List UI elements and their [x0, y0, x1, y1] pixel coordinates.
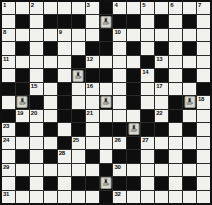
black-cell-r14c7	[86, 177, 99, 189]
black-cell-r12c9	[113, 150, 126, 162]
white-cell-r2c11[interactable]	[141, 15, 154, 27]
white-cell-r3c4[interactable]	[44, 29, 57, 41]
white-cell-r3c7[interactable]	[86, 29, 99, 41]
stamp-label: WSP	[103, 103, 109, 106]
white-cell-r12c6[interactable]	[72, 150, 85, 162]
clue-number-16: 16	[87, 83, 93, 90]
black-cell-r9c13	[169, 110, 182, 122]
clue-number-22: 22	[156, 110, 162, 117]
white-cell-r1c6[interactable]	[72, 2, 85, 14]
black-cell-r4c8	[100, 42, 113, 54]
white-cell-r7c12[interactable]: 17	[155, 83, 168, 95]
white-cell-r2c13[interactable]	[169, 15, 182, 27]
clue-number-29: 29	[3, 164, 9, 171]
clue-number-1: 1	[3, 2, 6, 9]
black-cell-r5c11	[141, 56, 154, 68]
white-cell-r11c12[interactable]	[155, 137, 168, 149]
black-cell-r7c10	[127, 83, 140, 95]
white-cell-r13c6[interactable]	[72, 164, 85, 176]
white-cell-r14c11[interactable]	[141, 177, 154, 189]
white-cell-r3c15[interactable]	[197, 29, 210, 41]
white-cell-r15c14[interactable]	[183, 191, 196, 203]
clue-number-2: 2	[31, 2, 34, 9]
clue-number-7: 7	[198, 2, 201, 9]
white-cell-r14c1[interactable]	[2, 177, 15, 189]
clue-number-15: 15	[31, 83, 37, 90]
black-cell-r14c14	[183, 177, 196, 189]
white-cell-r10c3[interactable]	[30, 123, 43, 135]
clue-number-19: 19	[17, 110, 23, 117]
black-cell-r10c2	[16, 123, 29, 135]
white-cell-r9c14[interactable]	[183, 110, 196, 122]
white-cell-r12c11[interactable]	[141, 150, 154, 162]
black-cell-r10c14	[183, 123, 196, 135]
white-cell-r6c3[interactable]	[30, 69, 43, 81]
black-cell-r14c8: ♜WSP	[100, 177, 113, 189]
black-cell-r7c1	[2, 83, 15, 95]
white-cell-r4c9[interactable]	[113, 42, 126, 54]
white-cell-r7c6[interactable]	[72, 83, 85, 95]
stamp-label: WSP	[19, 103, 25, 106]
clue-number-10: 10	[114, 29, 120, 36]
black-cell-r2c14	[183, 15, 196, 27]
black-cell-r2c10	[127, 15, 140, 27]
white-cell-r8c15[interactable]: 18	[197, 96, 210, 108]
black-cell-r10c10: ♜WSP	[127, 123, 140, 135]
white-cell-r6c15[interactable]	[197, 69, 210, 81]
black-cell-r6c12	[155, 69, 168, 81]
stamp-label: WSP	[75, 77, 81, 80]
white-cell-r1c5[interactable]	[58, 2, 71, 14]
black-cell-r11c5	[58, 137, 71, 149]
black-cell-r2c9	[113, 15, 126, 27]
white-cell-r10c7[interactable]	[86, 123, 99, 135]
white-cell-r4c11[interactable]	[141, 42, 154, 54]
black-cell-r4c14	[183, 42, 196, 54]
black-cell-r8c5	[58, 96, 71, 108]
stamp-icon: ♜WSP	[17, 96, 28, 108]
white-cell-r5c8[interactable]	[100, 56, 113, 68]
black-cell-r6c7	[86, 69, 99, 81]
black-cell-r12c10	[127, 150, 140, 162]
black-cell-r2c5	[58, 15, 71, 27]
black-cell-r3c8	[100, 29, 113, 41]
white-cell-r1c2[interactable]	[16, 2, 29, 14]
white-cell-r3c11[interactable]	[141, 29, 154, 41]
white-cell-r9c7[interactable]: 21	[86, 110, 99, 122]
white-cell-r9c8[interactable]	[100, 110, 113, 122]
white-cell-r7c9[interactable]	[113, 83, 126, 95]
white-cell-r8c9[interactable]	[113, 96, 126, 108]
white-cell-r8c6[interactable]	[72, 96, 85, 108]
black-cell-r8c10	[127, 96, 140, 108]
white-cell-r8c7[interactable]	[86, 96, 99, 108]
stamp-label: WSP	[131, 130, 137, 133]
white-cell-r12c15[interactable]	[197, 150, 210, 162]
stamp-icon: ♜WSP	[100, 177, 111, 189]
white-cell-r11c8[interactable]	[100, 137, 113, 149]
white-cell-r12c13[interactable]	[169, 150, 182, 162]
black-cell-r9c11	[141, 110, 154, 122]
white-cell-r5c3[interactable]	[30, 56, 43, 68]
white-cell-r1c13[interactable]: 6	[169, 2, 182, 14]
white-cell-r7c3[interactable]: 15	[30, 83, 43, 95]
white-cell-r5c9[interactable]	[113, 56, 126, 68]
white-cell-r5c4[interactable]	[44, 56, 57, 68]
black-cell-r12c14	[183, 150, 196, 162]
white-cell-r11c6[interactable]: 25	[72, 137, 85, 149]
black-cell-r8c2: ♜WSP	[16, 96, 29, 108]
white-cell-r11c3[interactable]	[30, 137, 43, 149]
white-cell-r14c13[interactable]	[169, 177, 182, 189]
white-cell-r5c7[interactable]: 12	[86, 56, 99, 68]
white-cell-r3c12[interactable]	[155, 29, 168, 41]
black-cell-r2c12	[155, 15, 168, 27]
white-cell-r7c14[interactable]	[183, 83, 196, 95]
clue-number-14: 14	[142, 69, 148, 76]
white-cell-r9c15[interactable]	[197, 110, 210, 122]
black-cell-r14c2	[16, 177, 29, 189]
white-cell-r2c7[interactable]	[86, 15, 99, 27]
white-cell-r14c3[interactable]	[30, 177, 43, 189]
stamp-icon: ♜WSP	[100, 16, 111, 28]
black-cell-r6c10	[127, 69, 140, 81]
white-cell-r15c13[interactable]	[169, 191, 182, 203]
white-cell-r3c3[interactable]	[30, 29, 43, 41]
stamp-icon: ♜WSP	[100, 96, 111, 108]
black-cell-r14c12	[155, 177, 168, 189]
white-cell-r11c15[interactable]	[197, 137, 210, 149]
white-cell-r6c11[interactable]: 14	[141, 69, 154, 81]
white-cell-r7c13[interactable]	[169, 83, 182, 95]
white-cell-r1c14[interactable]	[183, 2, 196, 14]
black-cell-r5c6	[72, 56, 85, 68]
white-cell-r2c3[interactable]	[30, 15, 43, 27]
white-cell-r11c14[interactable]	[183, 137, 196, 149]
white-cell-r5c1[interactable]: 11	[2, 56, 15, 68]
black-cell-r7c15	[197, 83, 210, 95]
white-cell-r9c12[interactable]: 22	[155, 110, 168, 122]
clue-number-5: 5	[142, 2, 145, 9]
white-cell-r7c11[interactable]	[141, 83, 154, 95]
white-cell-r6c1[interactable]	[2, 69, 15, 81]
black-cell-r8c8: ♜WSP	[100, 96, 113, 108]
white-cell-r3c14[interactable]	[183, 29, 196, 41]
white-cell-r1c15[interactable]: 7	[197, 2, 210, 14]
black-cell-r15c8	[100, 191, 113, 203]
white-cell-r11c9[interactable]: 26	[113, 137, 126, 149]
clue-number-28: 28	[59, 150, 65, 157]
white-cell-r10c5[interactable]	[58, 123, 71, 135]
clue-number-13: 13	[156, 56, 162, 63]
white-cell-r5c12[interactable]: 13	[155, 56, 168, 68]
clue-number-31: 31	[3, 191, 9, 198]
white-cell-r10c15[interactable]	[197, 123, 210, 135]
clue-number-6: 6	[170, 2, 173, 9]
black-cell-r8c3	[30, 96, 43, 108]
clue-number-21: 21	[87, 110, 93, 117]
clue-number-25: 25	[73, 137, 79, 144]
stamp-label: WSP	[103, 23, 109, 26]
black-cell-r8c13	[169, 96, 182, 108]
white-cell-r1c7[interactable]: 3	[86, 2, 99, 14]
white-cell-r15c5[interactable]	[58, 191, 71, 203]
white-cell-r11c4[interactable]	[44, 137, 57, 149]
white-cell-r13c12[interactable]	[155, 164, 168, 176]
white-cell-r10c13[interactable]	[169, 123, 182, 135]
white-cell-r3c10[interactable]	[127, 29, 140, 41]
white-cell-r2c15[interactable]	[197, 15, 210, 27]
black-cell-r6c8	[100, 69, 113, 81]
white-cell-r3c9[interactable]: 10	[113, 29, 126, 41]
clue-number-20: 20	[31, 110, 37, 117]
black-cell-r6c2	[16, 69, 29, 81]
black-cell-r12c12	[155, 150, 168, 162]
black-cell-r10c4	[44, 123, 57, 135]
black-cell-r14c10	[127, 177, 140, 189]
white-cell-r15c10[interactable]	[127, 191, 140, 203]
black-cell-r9c1	[2, 110, 15, 122]
white-cell-r7c4[interactable]	[44, 83, 57, 95]
black-cell-r10c11	[141, 123, 154, 135]
clue-number-30: 30	[114, 164, 120, 171]
white-cell-r1c9[interactable]: 4	[113, 2, 126, 14]
white-cell-r9c3[interactable]: 20	[30, 110, 43, 122]
white-cell-r13c14[interactable]	[183, 164, 196, 176]
black-cell-r4c12	[155, 42, 168, 54]
black-cell-r10c8	[100, 123, 113, 135]
black-cell-r12c4	[44, 150, 57, 162]
white-cell-r3c5[interactable]: 9	[58, 29, 71, 41]
clue-number-12: 12	[87, 56, 93, 63]
black-cell-r6c4	[44, 69, 57, 81]
white-cell-r14c5[interactable]	[58, 177, 71, 189]
clue-number-27: 27	[142, 137, 148, 144]
white-cell-r7c7[interactable]: 16	[86, 83, 99, 95]
white-cell-r11c13[interactable]	[169, 137, 182, 149]
white-cell-r12c5[interactable]: 28	[58, 150, 71, 162]
white-cell-r13c11[interactable]	[141, 164, 154, 176]
white-cell-r15c6[interactable]	[72, 191, 85, 203]
black-cell-r14c4	[44, 177, 57, 189]
white-cell-r6c13[interactable]	[169, 69, 182, 81]
crossword-grid: 1234567♜WSP8910111213♜WSP14151617♜WSP♜WS…	[2, 2, 210, 203]
black-cell-r4c7	[86, 42, 99, 54]
crossword-board: 1234567♜WSP8910111213♜WSP14151617♜WSP♜WS…	[0, 0, 212, 205]
black-cell-r10c9	[113, 123, 126, 135]
white-cell-r1c12[interactable]	[155, 2, 168, 14]
black-cell-r14c9	[113, 177, 126, 189]
white-cell-r12c3[interactable]	[30, 150, 43, 162]
clue-number-18: 18	[198, 96, 204, 103]
white-cell-r13c13[interactable]	[169, 164, 182, 176]
black-cell-r7c5	[58, 83, 71, 95]
white-cell-r5c10[interactable]	[127, 56, 140, 68]
white-cell-r9c9[interactable]	[113, 110, 126, 122]
black-cell-r4c4	[44, 42, 57, 54]
white-cell-r11c2[interactable]	[16, 137, 29, 149]
white-cell-r8c4[interactable]	[44, 96, 57, 108]
white-cell-r1c10[interactable]	[127, 2, 140, 14]
white-cell-r13c4[interactable]	[44, 164, 57, 176]
white-cell-r13c15[interactable]	[197, 164, 210, 176]
white-cell-r4c5[interactable]	[58, 42, 71, 54]
clue-number-8: 8	[3, 29, 6, 36]
black-cell-r2c6	[72, 15, 85, 27]
white-cell-r4c3[interactable]	[30, 42, 43, 54]
white-cell-r15c4[interactable]	[44, 191, 57, 203]
black-cell-r9c5	[58, 110, 71, 122]
clue-number-17: 17	[156, 83, 162, 90]
clue-number-32: 32	[114, 191, 120, 198]
white-cell-r13c10[interactable]	[127, 164, 140, 176]
white-cell-r11c1[interactable]: 24	[2, 137, 15, 149]
white-cell-r15c2[interactable]	[16, 191, 29, 203]
black-cell-r4c10	[127, 42, 140, 54]
white-cell-r13c2[interactable]	[16, 164, 29, 176]
white-cell-r1c11[interactable]: 5	[141, 2, 154, 14]
black-cell-r2c4	[44, 15, 57, 27]
white-cell-r5c5[interactable]	[58, 56, 71, 68]
white-cell-r9c4[interactable]	[44, 110, 57, 122]
white-cell-r3c1[interactable]: 8	[2, 29, 15, 41]
black-cell-r2c8: ♜WSP	[100, 15, 113, 27]
white-cell-r15c11[interactable]	[141, 191, 154, 203]
black-cell-r9c6	[72, 110, 85, 122]
white-cell-r8c12[interactable]	[155, 96, 168, 108]
white-cell-r11c11[interactable]: 27	[141, 137, 154, 149]
stamp-label: WSP	[186, 103, 192, 106]
black-cell-r4c2	[16, 42, 29, 54]
white-cell-r13c7[interactable]	[86, 164, 99, 176]
white-cell-r3c6[interactable]	[72, 29, 85, 41]
clue-number-26: 26	[114, 137, 120, 144]
white-cell-r5c15[interactable]	[197, 56, 210, 68]
white-cell-r9c2[interactable]: 19	[16, 110, 29, 122]
stamp-icon: ♜WSP	[184, 96, 195, 108]
white-cell-r15c3[interactable]	[30, 191, 43, 203]
white-cell-r9c10[interactable]	[127, 110, 140, 122]
white-cell-r13c3[interactable]	[30, 164, 43, 176]
white-cell-r10c1[interactable]: 23	[2, 123, 15, 135]
white-cell-r3c2[interactable]	[16, 29, 29, 41]
white-cell-r5c14[interactable]	[183, 56, 196, 68]
black-cell-r2c2	[16, 15, 29, 27]
white-cell-r14c15[interactable]	[197, 177, 210, 189]
white-cell-r15c15[interactable]	[197, 191, 210, 203]
white-cell-r15c1[interactable]: 31	[2, 191, 15, 203]
clue-number-23: 23	[3, 123, 9, 130]
clue-number-24: 24	[3, 137, 9, 144]
white-cell-r13c9[interactable]: 30	[113, 164, 126, 176]
white-cell-r15c9[interactable]: 32	[113, 191, 126, 203]
white-cell-r13c1[interactable]: 29	[2, 164, 15, 176]
white-cell-r13c5[interactable]	[58, 164, 71, 176]
clue-number-11: 11	[3, 56, 9, 63]
white-cell-r11c7[interactable]	[86, 137, 99, 149]
white-cell-r6c5[interactable]	[58, 69, 71, 81]
white-cell-r4c6[interactable]	[72, 42, 85, 54]
white-cell-r4c15[interactable]	[197, 42, 210, 54]
clue-number-3: 3	[87, 2, 90, 9]
white-cell-r5c2[interactable]	[16, 56, 29, 68]
stamp-icon: ♜WSP	[73, 70, 84, 82]
stamp-icon: ♜WSP	[128, 123, 139, 135]
white-cell-r15c12[interactable]	[155, 191, 168, 203]
white-cell-r4c1[interactable]	[2, 42, 15, 54]
black-cell-r10c6	[72, 123, 85, 135]
clue-number-4: 4	[114, 2, 117, 9]
black-cell-r11c10	[127, 137, 140, 149]
black-cell-r12c2	[16, 150, 29, 162]
white-cell-r1c1[interactable]: 1	[2, 2, 15, 14]
black-cell-r1c8	[100, 2, 113, 14]
clue-number-9: 9	[59, 29, 62, 36]
white-cell-r4c13[interactable]	[169, 42, 182, 54]
white-cell-r7c8[interactable]	[100, 83, 113, 95]
white-cell-r3c13[interactable]	[169, 29, 182, 41]
white-cell-r1c3[interactable]: 2	[30, 2, 43, 14]
black-cell-r14c6	[72, 177, 85, 189]
white-cell-r1c4[interactable]	[44, 2, 57, 14]
white-cell-r12c8[interactable]	[100, 150, 113, 162]
stamp-label: WSP	[103, 184, 109, 187]
white-cell-r5c13[interactable]	[169, 56, 182, 68]
white-cell-r12c1[interactable]	[2, 150, 15, 162]
white-cell-r8c1[interactable]	[2, 96, 15, 108]
white-cell-r8c11[interactable]	[141, 96, 154, 108]
black-cell-r12c7	[86, 150, 99, 162]
black-cell-r10c12	[155, 123, 168, 135]
black-cell-r8c14: ♜WSP	[183, 96, 196, 108]
black-cell-r6c14	[183, 69, 196, 81]
black-cell-r13c8	[100, 164, 113, 176]
white-cell-r6c9[interactable]	[113, 69, 126, 81]
white-cell-r15c7[interactable]	[86, 191, 99, 203]
black-cell-r6c6: ♜WSP	[72, 69, 85, 81]
white-cell-r2c1[interactable]	[2, 15, 15, 27]
black-cell-r7c2	[16, 83, 29, 95]
